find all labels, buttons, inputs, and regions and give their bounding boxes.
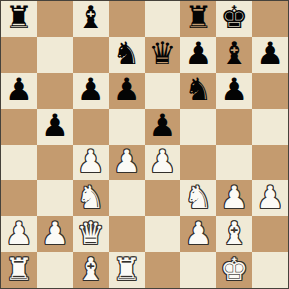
square-e2[interactable]	[145, 216, 181, 252]
square-e5[interactable]: ♟	[145, 109, 181, 145]
square-c1[interactable]: ♝	[73, 252, 109, 288]
square-d5[interactable]	[109, 109, 145, 145]
square-b7[interactable]	[37, 37, 73, 73]
black-rook[interactable]: ♜	[184, 2, 212, 33]
black-pawn[interactable]: ♟	[5, 74, 33, 105]
square-e8[interactable]	[145, 1, 181, 37]
square-g6[interactable]: ♟	[216, 73, 252, 109]
black-rook[interactable]: ♜	[5, 2, 33, 33]
square-f7[interactable]: ♟	[180, 37, 216, 73]
square-b4[interactable]	[37, 145, 73, 181]
white-bishop[interactable]: ♝	[220, 218, 248, 249]
square-h1[interactable]	[252, 252, 288, 288]
black-knight[interactable]: ♞	[113, 38, 141, 69]
square-c3[interactable]: ♞	[73, 180, 109, 216]
black-queen[interactable]: ♛	[149, 38, 177, 69]
white-pawn[interactable]: ♟	[5, 218, 33, 249]
square-g3[interactable]: ♟	[216, 180, 252, 216]
black-king[interactable]: ♚	[220, 2, 248, 33]
square-a4[interactable]	[1, 145, 37, 181]
square-c6[interactable]: ♟	[73, 73, 109, 109]
square-b8[interactable]	[37, 1, 73, 37]
square-h4[interactable]	[252, 145, 288, 181]
square-h7[interactable]: ♟	[252, 37, 288, 73]
square-c2[interactable]: ♛	[73, 216, 109, 252]
black-bishop[interactable]: ♝	[220, 38, 248, 69]
square-c4[interactable]: ♟	[73, 145, 109, 181]
black-pawn[interactable]: ♟	[113, 74, 141, 105]
square-e1[interactable]	[145, 252, 181, 288]
square-g1[interactable]: ♚	[216, 252, 252, 288]
black-pawn[interactable]: ♟	[41, 110, 69, 141]
square-d1[interactable]: ♜	[109, 252, 145, 288]
square-b5[interactable]: ♟	[37, 109, 73, 145]
square-h6[interactable]	[252, 73, 288, 109]
square-h2[interactable]	[252, 216, 288, 252]
square-a3[interactable]	[1, 180, 37, 216]
square-e3[interactable]	[145, 180, 181, 216]
square-b2[interactable]: ♟	[37, 216, 73, 252]
square-d6[interactable]: ♟	[109, 73, 145, 109]
black-pawn[interactable]: ♟	[149, 110, 177, 141]
square-a5[interactable]	[1, 109, 37, 145]
black-knight[interactable]: ♞	[184, 74, 212, 105]
square-d4[interactable]: ♟	[109, 145, 145, 181]
square-e6[interactable]	[145, 73, 181, 109]
square-a1[interactable]: ♜	[1, 252, 37, 288]
white-pawn[interactable]: ♟	[220, 182, 248, 213]
square-g8[interactable]: ♚	[216, 1, 252, 37]
white-pawn[interactable]: ♟	[113, 146, 141, 177]
square-a6[interactable]: ♟	[1, 73, 37, 109]
square-d7[interactable]: ♞	[109, 37, 145, 73]
black-pawn[interactable]: ♟	[77, 74, 105, 105]
black-pawn[interactable]: ♟	[184, 38, 212, 69]
square-e4[interactable]: ♟	[145, 145, 181, 181]
square-d3[interactable]	[109, 180, 145, 216]
square-h5[interactable]	[252, 109, 288, 145]
square-f8[interactable]: ♜	[180, 1, 216, 37]
square-c8[interactable]: ♝	[73, 1, 109, 37]
square-g4[interactable]	[216, 145, 252, 181]
white-queen[interactable]: ♛	[77, 218, 105, 249]
white-pawn[interactable]: ♟	[41, 218, 69, 249]
white-pawn[interactable]: ♟	[184, 218, 212, 249]
white-rook[interactable]: ♜	[5, 254, 33, 285]
square-f3[interactable]: ♞	[180, 180, 216, 216]
square-f2[interactable]: ♟	[180, 216, 216, 252]
square-h3[interactable]: ♟	[252, 180, 288, 216]
square-b1[interactable]	[37, 252, 73, 288]
square-e7[interactable]: ♛	[145, 37, 181, 73]
square-g7[interactable]: ♝	[216, 37, 252, 73]
square-c5[interactable]	[73, 109, 109, 145]
white-rook[interactable]: ♜	[113, 254, 141, 285]
square-a8[interactable]: ♜	[1, 1, 37, 37]
square-d8[interactable]	[109, 1, 145, 37]
black-pawn[interactable]: ♟	[256, 38, 284, 69]
black-bishop[interactable]: ♝	[77, 2, 105, 33]
square-f1[interactable]	[180, 252, 216, 288]
white-pawn[interactable]: ♟	[149, 146, 177, 177]
white-king[interactable]: ♚	[220, 254, 248, 285]
square-g5[interactable]	[216, 109, 252, 145]
square-b6[interactable]	[37, 73, 73, 109]
white-knight[interactable]: ♞	[184, 182, 212, 213]
white-pawn[interactable]: ♟	[256, 182, 284, 213]
square-a2[interactable]: ♟	[1, 216, 37, 252]
chess-board: ♜♝♜♚♞♛♟♝♟♟♟♟♞♟♟♟♟♟♟♞♞♟♟♟♟♛♟♝♜♝♜♚	[0, 0, 289, 289]
square-f5[interactable]	[180, 109, 216, 145]
black-pawn[interactable]: ♟	[220, 74, 248, 105]
square-g2[interactable]: ♝	[216, 216, 252, 252]
square-b3[interactable]	[37, 180, 73, 216]
square-f4[interactable]	[180, 145, 216, 181]
white-bishop[interactable]: ♝	[77, 254, 105, 285]
white-knight[interactable]: ♞	[77, 182, 105, 213]
square-d2[interactable]	[109, 216, 145, 252]
white-pawn[interactable]: ♟	[77, 146, 105, 177]
square-h8[interactable]	[252, 1, 288, 37]
square-f6[interactable]: ♞	[180, 73, 216, 109]
square-a7[interactable]	[1, 37, 37, 73]
square-c7[interactable]	[73, 37, 109, 73]
